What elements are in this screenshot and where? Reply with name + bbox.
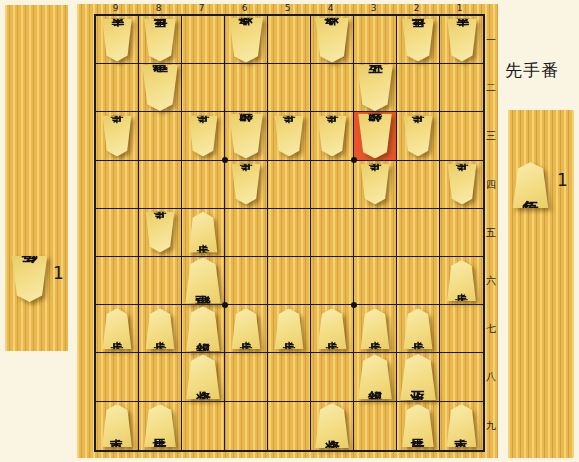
piece-shadow: 玉将 (400, 354, 437, 400)
sente-bishop[interactable]: 角行 (512, 162, 549, 208)
piece-shadow: 歩兵 (145, 308, 175, 349)
board-cell-9-3[interactable]: 歩兵 (96, 112, 139, 160)
piece-shadow: 歩兵 (317, 115, 347, 156)
board-cell-3-1[interactable] (354, 16, 397, 64)
gote-hand-count: 1 (53, 263, 64, 283)
piece-kanji: 桂馬 (153, 38, 167, 41)
piece-kanji: 銀将 (239, 134, 254, 137)
board-cell-9-5[interactable] (96, 209, 139, 257)
gote-pawn[interactable]: 歩兵 (447, 164, 477, 205)
board-cell-3-5[interactable] (354, 209, 397, 257)
piece-kanji: 王将 (367, 86, 383, 89)
rank-label: 七 (484, 322, 498, 336)
sente-rook[interactable]: 飛車 (185, 258, 222, 304)
board-cell-5-2[interactable] (268, 64, 311, 112)
board-cell-3-7[interactable]: 歩兵 (354, 305, 397, 353)
board-cell-4-1[interactable]: 金将 (311, 16, 354, 64)
board-border: 香車桂馬金将金将桂馬香車飛車王将歩兵歩兵銀将歩兵歩兵銀将歩兵歩兵歩兵歩兵歩兵歩兵… (94, 14, 485, 452)
piece-kanji: 歩兵 (283, 327, 296, 330)
rank-label: 八 (484, 370, 498, 384)
board-frame: 987654321 一二三四五六七八九 香車桂馬金将金将桂馬香車飛車王将歩兵歩兵… (77, 4, 498, 458)
piece-shadow: 香車 (446, 18, 477, 61)
board-cell-2-8[interactable]: 玉将 (397, 353, 440, 401)
piece-shadow: 香車 (446, 404, 477, 447)
board-cell-9-2[interactable] (96, 64, 139, 112)
piece-shadow: 銀将 (186, 306, 221, 351)
sente-pawn[interactable]: 歩兵 (403, 308, 433, 349)
piece-shadow: 角行 (11, 256, 48, 302)
piece-kanji: 銀将 (368, 375, 383, 378)
piece-kanji: 歩兵 (455, 279, 468, 282)
gote-pawn[interactable]: 歩兵 (145, 212, 175, 253)
board-cell-1-6[interactable]: 歩兵 (440, 257, 483, 305)
hoshi-dot (351, 157, 357, 163)
piece-kanji: 歩兵 (154, 327, 167, 330)
piece-shadow: 金将 (315, 17, 350, 62)
piece-shadow: 金将 (186, 354, 221, 399)
sente-gold[interactable]: 金将 (315, 403, 350, 448)
board-cell-5-7[interactable]: 歩兵 (268, 305, 311, 353)
board-cell-1-1[interactable]: 香車 (440, 16, 483, 64)
board-cell-5-6[interactable] (268, 257, 311, 305)
gote-pawn[interactable]: 歩兵 (274, 115, 304, 156)
piece-shadow: 飛車 (185, 258, 222, 304)
board-cell-5-5[interactable] (268, 209, 311, 257)
board-cell-5-4[interactable] (268, 161, 311, 209)
file-label: 5 (266, 3, 309, 14)
board-cell-8-3[interactable] (139, 112, 182, 160)
board-cell-7-5[interactable]: 歩兵 (182, 209, 225, 257)
sente-knight[interactable]: 桂馬 (402, 404, 435, 447)
piece-shadow: 歩兵 (102, 115, 132, 156)
board-cell-8-4[interactable] (139, 161, 182, 209)
piece-shadow: 香車 (102, 404, 133, 447)
board-cell-6-5[interactable] (225, 209, 268, 257)
shogi-app: 角行 1 987654321 一二三四五六七八九 香車桂馬金将金将桂馬香車飛車王… (0, 0, 579, 462)
board-cell-3-8[interactable]: 銀将 (354, 353, 397, 401)
board-cell-6-9[interactable] (225, 402, 268, 450)
piece-kanji: 歩兵 (326, 327, 339, 330)
sente-pawn[interactable]: 歩兵 (145, 308, 175, 349)
piece-shadow: 銀将 (358, 354, 393, 399)
gote-silver[interactable]: 銀将 (229, 113, 264, 158)
gote-king[interactable]: 王将 (357, 65, 394, 111)
rank-labels: 一二三四五六七八九 (484, 14, 498, 448)
piece-kanji: 歩兵 (369, 183, 382, 186)
piece-kanji: 角行 (523, 184, 539, 187)
board-cell-9-6[interactable] (96, 257, 139, 305)
board-cell-2-9[interactable]: 桂馬 (397, 402, 440, 450)
board-cell-6-1[interactable]: 金将 (225, 16, 268, 64)
piece-shadow: 歩兵 (274, 308, 304, 349)
board-cell-4-5[interactable] (311, 209, 354, 257)
board-cell-5-8[interactable] (268, 353, 311, 401)
piece-kanji: 金将 (325, 38, 340, 41)
piece-kanji: 金将 (239, 38, 254, 41)
board-cell-3-9[interactable] (354, 402, 397, 450)
board-cell-8-6[interactable] (139, 257, 182, 305)
piece-kanji: 歩兵 (111, 327, 124, 330)
piece-kanji: 角行 (22, 278, 38, 281)
board-cell-3-2[interactable]: 王将 (354, 64, 397, 112)
gote-silver[interactable]: 銀将 (358, 113, 393, 158)
piece-shadow: 歩兵 (231, 164, 261, 205)
piece-kanji: 歩兵 (197, 231, 210, 234)
sente-captured-stand: 角行 1 (508, 110, 574, 458)
piece-kanji: 金将 (325, 424, 340, 427)
board-cell-1-5[interactable] (440, 209, 483, 257)
board-cell-6-3[interactable]: 銀将 (225, 112, 268, 160)
piece-shadow: 歩兵 (403, 115, 433, 156)
hoshi-dot (222, 302, 228, 308)
piece-shadow: 歩兵 (360, 164, 390, 205)
piece-shadow: 歩兵 (231, 308, 261, 349)
board-cell-4-4[interactable] (311, 161, 354, 209)
piece-kanji: 歩兵 (412, 327, 425, 330)
piece-kanji: 飛車 (195, 279, 211, 282)
sente-silver[interactable]: 銀将 (358, 354, 393, 399)
piece-shadow: 歩兵 (188, 212, 218, 253)
board-cell-4-7[interactable]: 歩兵 (311, 305, 354, 353)
rank-label: 一 (484, 33, 498, 47)
piece-shadow: 歩兵 (403, 308, 433, 349)
sente-gold[interactable]: 金将 (186, 354, 221, 399)
sente-pawn[interactable]: 歩兵 (360, 308, 390, 349)
board-cell-2-2[interactable] (397, 64, 440, 112)
board-cell-7-7[interactable]: 銀将 (182, 305, 225, 353)
piece-shadow: 飛車 (142, 65, 179, 111)
piece-kanji: 歩兵 (326, 134, 339, 137)
piece-kanji: 銀将 (368, 134, 383, 137)
sente-knight[interactable]: 桂馬 (144, 404, 177, 447)
gote-pawn[interactable]: 歩兵 (231, 164, 261, 205)
piece-shadow: 王将 (357, 65, 394, 111)
rank-label: 五 (484, 226, 498, 240)
piece-kanji: 歩兵 (111, 134, 124, 137)
board-cell-3-6[interactable] (354, 257, 397, 305)
board-cell-6-4[interactable]: 歩兵 (225, 161, 268, 209)
piece-shadow: 桂馬 (144, 404, 177, 447)
piece-kanji: 歩兵 (154, 231, 167, 234)
gote-lance[interactable]: 香車 (102, 18, 133, 61)
gote-knight[interactable]: 桂馬 (402, 18, 435, 61)
piece-shadow: 歩兵 (102, 308, 132, 349)
board-cell-8-1[interactable]: 桂馬 (139, 16, 182, 64)
board-cell-7-8[interactable]: 金将 (182, 353, 225, 401)
piece-shadow: 歩兵 (317, 308, 347, 349)
gote-gold[interactable]: 金将 (229, 17, 264, 62)
piece-kanji: 歩兵 (283, 134, 296, 137)
rank-label: 六 (484, 274, 498, 288)
board-cell-7-9[interactable] (182, 402, 225, 450)
piece-shadow: 歩兵 (145, 212, 175, 253)
gote-bishop[interactable]: 角行 (11, 256, 48, 302)
piece-kanji: 金将 (196, 375, 211, 378)
board-cell-3-4[interactable]: 歩兵 (354, 161, 397, 209)
piece-kanji: 歩兵 (369, 327, 382, 330)
piece-kanji: 飛車 (152, 86, 168, 89)
file-label: 7 (180, 3, 223, 14)
piece-shadow: 金将 (229, 17, 264, 62)
piece-kanji: 桂馬 (153, 424, 167, 427)
piece-shadow: 銀将 (229, 113, 264, 158)
piece-kanji: 香車 (455, 38, 469, 41)
board-cell-2-5[interactable] (397, 209, 440, 257)
piece-kanji: 歩兵 (240, 327, 253, 330)
board-cell-1-3[interactable] (440, 112, 483, 160)
sente-silver[interactable]: 銀将 (186, 306, 221, 351)
board-cell-7-2[interactable] (182, 64, 225, 112)
file-label: 9 (94, 3, 137, 14)
board-cell-9-1[interactable]: 香車 (96, 16, 139, 64)
gote-knight[interactable]: 桂馬 (144, 18, 177, 61)
sente-king[interactable]: 玉将 (400, 354, 437, 400)
sente-pawn[interactable]: 歩兵 (102, 308, 132, 349)
file-label: 8 (137, 3, 180, 14)
piece-kanji: 香車 (110, 424, 124, 427)
board-cell-1-8[interactable] (440, 353, 483, 401)
gote-captured-stand: 角行 1 (5, 5, 68, 351)
board-cell-9-7[interactable]: 歩兵 (96, 305, 139, 353)
board-cell-6-8[interactable] (225, 353, 268, 401)
board-cell-8-7[interactable]: 歩兵 (139, 305, 182, 353)
piece-kanji: 歩兵 (197, 134, 210, 137)
piece-kanji: 桂馬 (411, 424, 425, 427)
board-cell-4-6[interactable] (311, 257, 354, 305)
board-cell-1-7[interactable] (440, 305, 483, 353)
piece-kanji: 桂馬 (411, 38, 425, 41)
board-cell-7-3[interactable]: 歩兵 (182, 112, 225, 160)
piece-shadow: 歩兵 (447, 164, 477, 205)
gote-pawn[interactable]: 歩兵 (317, 115, 347, 156)
board-cell-8-2[interactable]: 飛車 (139, 64, 182, 112)
piece-shadow: 歩兵 (274, 115, 304, 156)
gote-pawn[interactable]: 歩兵 (102, 115, 132, 156)
piece-kanji: 銀将 (196, 327, 211, 330)
piece-shadow: 歩兵 (188, 115, 218, 156)
board-cell-7-4[interactable] (182, 161, 225, 209)
board-cell-2-1[interactable]: 桂馬 (397, 16, 440, 64)
board-cell-9-9[interactable]: 香車 (96, 402, 139, 450)
board-cell-4-9[interactable]: 金将 (311, 402, 354, 450)
board-cell-3-3[interactable]: 銀将 (354, 112, 397, 160)
file-labels: 987654321 (94, 3, 481, 14)
piece-kanji: 香車 (110, 38, 124, 41)
board-cell-2-3[interactable]: 歩兵 (397, 112, 440, 160)
piece-shadow: 桂馬 (144, 18, 177, 61)
gote-pawn[interactable]: 歩兵 (360, 164, 390, 205)
board-cell-4-2[interactable] (311, 64, 354, 112)
board-cell-8-8[interactable] (139, 353, 182, 401)
piece-kanji: 歩兵 (455, 183, 468, 186)
board-cell-9-8[interactable] (96, 353, 139, 401)
sente-hand-pieces: 角行 (512, 162, 549, 208)
file-label: 1 (438, 3, 481, 14)
gote-pawn[interactable]: 歩兵 (188, 115, 218, 156)
board-cell-6-6[interactable] (225, 257, 268, 305)
hoshi-dot (351, 302, 357, 308)
file-label: 4 (309, 3, 352, 14)
board-grid: 香車桂馬金将金将桂馬香車飛車王将歩兵歩兵銀将歩兵歩兵銀将歩兵歩兵歩兵歩兵歩兵歩兵… (96, 16, 483, 450)
board-cell-2-6[interactable] (397, 257, 440, 305)
board-cell-6-2[interactable] (225, 64, 268, 112)
rank-label: 九 (484, 419, 498, 433)
file-label: 2 (395, 3, 438, 14)
board-cell-8-9[interactable]: 桂馬 (139, 402, 182, 450)
piece-shadow: 桂馬 (402, 404, 435, 447)
gote-rook[interactable]: 飛車 (142, 65, 179, 111)
board-cell-7-1[interactable] (182, 16, 225, 64)
board-cell-2-4[interactable] (397, 161, 440, 209)
piece-shadow: 歩兵 (447, 260, 477, 301)
sente-pawn[interactable]: 歩兵 (447, 260, 477, 301)
board-cell-5-9[interactable] (268, 402, 311, 450)
board-cell-1-4[interactable]: 歩兵 (440, 161, 483, 209)
board-cell-1-2[interactable] (440, 64, 483, 112)
board-cell-2-7[interactable]: 歩兵 (397, 305, 440, 353)
piece-kanji: 玉将 (410, 375, 426, 378)
sente-pawn[interactable]: 歩兵 (188, 212, 218, 253)
board-cell-8-5[interactable]: 歩兵 (139, 209, 182, 257)
sente-pawn[interactable]: 歩兵 (317, 308, 347, 349)
hoshi-dot (222, 157, 228, 163)
gote-lance[interactable]: 香車 (446, 18, 477, 61)
rank-label: 二 (484, 81, 498, 95)
piece-kanji: 香車 (455, 424, 469, 427)
sente-pawn[interactable]: 歩兵 (231, 308, 261, 349)
gote-gold[interactable]: 金将 (315, 17, 350, 62)
board-cell-7-6[interactable]: 飛車 (182, 257, 225, 305)
turn-indicator: 先手番 (505, 59, 559, 82)
board-cell-5-3[interactable]: 歩兵 (268, 112, 311, 160)
piece-kanji: 歩兵 (240, 183, 253, 186)
sente-lance[interactable]: 香車 (102, 404, 133, 447)
sente-pawn[interactable]: 歩兵 (274, 308, 304, 349)
board-cell-5-1[interactable] (268, 16, 311, 64)
board-cell-1-9[interactable]: 香車 (440, 402, 483, 450)
file-label: 3 (352, 3, 395, 14)
rank-label: 四 (484, 178, 498, 192)
sente-hand-count: 1 (557, 170, 568, 190)
piece-shadow: 銀将 (358, 113, 393, 158)
piece-shadow: 角行 (512, 162, 549, 208)
piece-shadow: 香車 (102, 18, 133, 61)
board-cell-4-3[interactable]: 歩兵 (311, 112, 354, 160)
gote-hand-pieces: 角行 (11, 256, 48, 302)
piece-shadow: 歩兵 (360, 308, 390, 349)
file-label: 6 (223, 3, 266, 14)
board-cell-6-7[interactable]: 歩兵 (225, 305, 268, 353)
piece-kanji: 歩兵 (412, 134, 425, 137)
sente-lance[interactable]: 香車 (446, 404, 477, 447)
board-cell-9-4[interactable] (96, 161, 139, 209)
rank-label: 三 (484, 129, 498, 143)
board-cell-4-8[interactable] (311, 353, 354, 401)
gote-pawn[interactable]: 歩兵 (403, 115, 433, 156)
piece-shadow: 桂馬 (402, 18, 435, 61)
piece-shadow: 金将 (315, 403, 350, 448)
